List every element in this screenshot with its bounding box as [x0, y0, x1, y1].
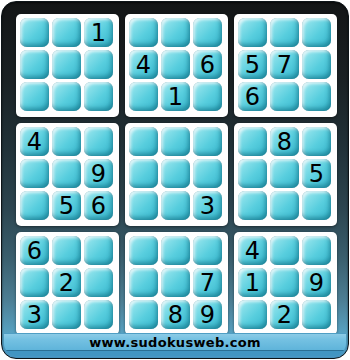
cell-r1c1[interactable] [20, 18, 49, 47]
cell-r5c9[interactable]: 5 [302, 159, 331, 188]
cell-r6c9[interactable] [302, 191, 331, 220]
cell-r4c1[interactable]: 4 [20, 127, 49, 156]
cell-r3c8[interactable] [270, 82, 299, 111]
cell-r9c7[interactable] [238, 300, 267, 329]
cell-r1c4[interactable] [129, 18, 158, 47]
cell-r4c8[interactable]: 8 [270, 127, 299, 156]
cell-r4c5[interactable] [161, 127, 190, 156]
cell-r5c1[interactable] [20, 159, 49, 188]
cell-r6c2[interactable]: 5 [52, 191, 81, 220]
cell-r5c4[interactable] [129, 159, 158, 188]
block-3: 576 [234, 14, 337, 117]
cell-r2c7[interactable]: 5 [238, 50, 267, 79]
cell-r9c2[interactable] [52, 300, 81, 329]
cell-r8c4[interactable] [129, 268, 158, 297]
cell-r3c6[interactable] [193, 82, 222, 111]
cell-r5c3[interactable]: 9 [84, 159, 113, 188]
cell-r8c8[interactable] [270, 268, 299, 297]
cell-r6c7[interactable] [238, 191, 267, 220]
cell-r6c1[interactable] [20, 191, 49, 220]
cell-r2c1[interactable] [20, 50, 49, 79]
cell-r6c3[interactable]: 6 [84, 191, 113, 220]
cell-r7c4[interactable] [129, 236, 158, 265]
cell-r6c8[interactable] [270, 191, 299, 220]
cell-r7c7[interactable]: 4 [238, 236, 267, 265]
cell-r2c5[interactable] [161, 50, 190, 79]
cell-r7c8[interactable] [270, 236, 299, 265]
cell-r8c3[interactable] [84, 268, 113, 297]
cell-r7c1[interactable]: 6 [20, 236, 49, 265]
cell-r1c8[interactable] [270, 18, 299, 47]
cell-r1c2[interactable] [52, 18, 81, 47]
cell-r2c8[interactable]: 7 [270, 50, 299, 79]
block-8: 789 [125, 232, 228, 335]
cell-r7c6[interactable] [193, 236, 222, 265]
cell-r1c3[interactable]: 1 [84, 18, 113, 47]
cell-r6c5[interactable] [161, 191, 190, 220]
cell-r6c4[interactable] [129, 191, 158, 220]
cell-r8c6[interactable]: 7 [193, 268, 222, 297]
block-5: 3 [125, 123, 228, 226]
cell-r5c7[interactable] [238, 159, 267, 188]
sudoku-page: 146157649563856237894192 www.sudokusweb.… [0, 0, 350, 360]
cell-r8c9[interactable]: 9 [302, 268, 331, 297]
cell-r5c8[interactable] [270, 159, 299, 188]
cell-r2c9[interactable] [302, 50, 331, 79]
footer: www.sudokusweb.com [4, 333, 346, 356]
sudoku-board-frame: 146157649563856237894192 www.sudokusweb.… [1, 1, 349, 359]
cell-r3c1[interactable] [20, 82, 49, 111]
cell-r9c3[interactable] [84, 300, 113, 329]
cell-r3c9[interactable] [302, 82, 331, 111]
block-6: 85 [234, 123, 337, 226]
cell-r1c6[interactable] [193, 18, 222, 47]
cell-r4c4[interactable] [129, 127, 158, 156]
sudoku-grid: 146157649563856237894192 [16, 14, 337, 335]
cell-r4c6[interactable] [193, 127, 222, 156]
cell-r2c2[interactable] [52, 50, 81, 79]
cell-r2c4[interactable]: 4 [129, 50, 158, 79]
block-7: 623 [16, 232, 119, 335]
block-9: 4192 [234, 232, 337, 335]
cell-r1c9[interactable] [302, 18, 331, 47]
footer-url: www.sudokusweb.com [4, 333, 346, 350]
cell-r2c6[interactable]: 6 [193, 50, 222, 79]
cell-r2c3[interactable] [84, 50, 113, 79]
cell-r4c3[interactable] [84, 127, 113, 156]
cell-r5c5[interactable] [161, 159, 190, 188]
block-1: 1 [16, 14, 119, 117]
cell-r1c5[interactable] [161, 18, 190, 47]
cell-r3c7[interactable]: 6 [238, 82, 267, 111]
cell-r4c9[interactable] [302, 127, 331, 156]
cell-r7c5[interactable] [161, 236, 190, 265]
cell-r7c3[interactable] [84, 236, 113, 265]
cell-r3c4[interactable] [129, 82, 158, 111]
cell-r3c2[interactable] [52, 82, 81, 111]
cell-r5c2[interactable] [52, 159, 81, 188]
cell-r8c7[interactable]: 1 [238, 268, 267, 297]
cell-r9c8[interactable]: 2 [270, 300, 299, 329]
cell-r4c7[interactable] [238, 127, 267, 156]
cell-r9c1[interactable]: 3 [20, 300, 49, 329]
cell-r3c3[interactable] [84, 82, 113, 111]
cell-r7c9[interactable] [302, 236, 331, 265]
cell-r8c5[interactable] [161, 268, 190, 297]
cell-r4c2[interactable] [52, 127, 81, 156]
cell-r8c2[interactable]: 2 [52, 268, 81, 297]
cell-r3c5[interactable]: 1 [161, 82, 190, 111]
block-2: 461 [125, 14, 228, 117]
cell-r9c6[interactable]: 9 [193, 300, 222, 329]
cell-r9c5[interactable]: 8 [161, 300, 190, 329]
cell-r1c7[interactable] [238, 18, 267, 47]
cell-r7c2[interactable] [52, 236, 81, 265]
cell-r9c4[interactable] [129, 300, 158, 329]
cell-r8c1[interactable] [20, 268, 49, 297]
cell-r9c9[interactable] [302, 300, 331, 329]
footer-strip [4, 350, 346, 356]
cell-r5c6[interactable] [193, 159, 222, 188]
cell-r6c6[interactable]: 3 [193, 191, 222, 220]
block-4: 4956 [16, 123, 119, 226]
